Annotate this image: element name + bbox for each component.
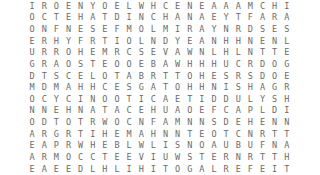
grid-cell-r5c15[interactable]: N [196, 47, 208, 59]
grid-cell-r13c3[interactable]: P [50, 140, 62, 152]
grid-cell-r13c9[interactable]: L [123, 140, 135, 152]
grid-cell-r3c2[interactable]: N [38, 23, 50, 35]
grid-cell-r3c4[interactable]: N [62, 23, 74, 35]
grid-cell-r4c3[interactable]: H [50, 35, 62, 47]
grid-cell-r11c9[interactable]: C [123, 117, 135, 129]
grid-cell-r7c12[interactable]: T [159, 70, 171, 82]
grid-cell-r7c5[interactable]: E [75, 70, 87, 82]
grid-cell-r1c13[interactable]: E [172, 0, 184, 12]
grid-cell-r13c19[interactable]: U [244, 140, 256, 152]
grid-cell-r13c12[interactable]: I [159, 140, 171, 152]
grid-cell-r10c19[interactable]: P [244, 105, 256, 117]
grid-cell-r5c12[interactable]: V [159, 47, 171, 59]
grid-cell-r1c6[interactable]: Y [87, 0, 99, 12]
grid-cell-r6c8[interactable]: O [111, 58, 123, 70]
grid-cell-r4c22[interactable]: L [281, 35, 293, 47]
grid-cell-r7c8[interactable]: T [111, 70, 123, 82]
grid-cell-r2c7[interactable]: T [99, 12, 111, 24]
grid-cell-r13c15[interactable]: O [196, 140, 208, 152]
grid-cell-r5c9[interactable]: C [123, 47, 135, 59]
grid-cell-r14c12[interactable]: U [159, 152, 171, 164]
grid-cell-r9c10[interactable]: I [135, 93, 147, 105]
grid-cell-r10c22[interactable]: I [281, 105, 293, 117]
grid-cell-r3c11[interactable]: L [147, 23, 159, 35]
grid-cell-r4c1[interactable]: E [26, 35, 38, 47]
grid-cell-r9c7[interactable]: O [99, 93, 111, 105]
grid-cell-r15c3[interactable]: E [50, 163, 62, 175]
grid-cell-r11c2[interactable]: D [38, 117, 50, 129]
grid-cell-r10c21[interactable]: D [269, 105, 281, 117]
grid-cell-r12c4[interactable]: R [62, 128, 74, 140]
grid-cell-r6c20[interactable]: D [256, 58, 268, 70]
grid-cell-r7c19[interactable]: S [244, 70, 256, 82]
grid-cell-r14c19[interactable]: R [244, 152, 256, 164]
grid-cell-r9c11[interactable]: C [147, 93, 159, 105]
grid-cell-r5c7[interactable]: M [99, 47, 111, 59]
grid-cell-r14c3[interactable]: M [50, 152, 62, 164]
grid-cell-r6c5[interactable]: S [75, 58, 87, 70]
grid-cell-r5c17[interactable]: H [220, 47, 232, 59]
grid-cell-r6c17[interactable]: U [220, 58, 232, 70]
grid-cell-r15c20[interactable]: E [256, 163, 268, 175]
grid-cell-r12c5[interactable]: T [75, 128, 87, 140]
grid-cell-r9c2[interactable]: C [38, 93, 50, 105]
grid-cell-r4c11[interactable]: N [147, 35, 159, 47]
grid-cell-r2c10[interactable]: N [135, 12, 147, 24]
grid-cell-r7c3[interactable]: S [50, 70, 62, 82]
grid-cell-r15c18[interactable]: E [232, 163, 244, 175]
grid-cell-r5c6[interactable]: E [87, 47, 99, 59]
grid-cell-r14c4[interactable]: O [62, 152, 74, 164]
grid-cell-r9c8[interactable]: O [111, 93, 123, 105]
grid-cell-r4c20[interactable]: E [256, 35, 268, 47]
grid-cell-r6c4[interactable]: O [62, 58, 74, 70]
grid-cell-r13c4[interactable]: R [62, 140, 74, 152]
grid-cell-r8c10[interactable]: G [135, 82, 147, 94]
grid-cell-r12c18[interactable]: C [232, 128, 244, 140]
grid-cell-r7c6[interactable]: L [87, 70, 99, 82]
grid-cell-r5c19[interactable]: N [244, 47, 256, 59]
grid-cell-r11c17[interactable]: D [220, 117, 232, 129]
grid-cell-r10c16[interactable]: F [208, 105, 220, 117]
grid-cell-r7c7[interactable]: O [99, 70, 111, 82]
grid-cell-r14c10[interactable]: V [135, 152, 147, 164]
grid-cell-r8c18[interactable]: S [232, 82, 244, 94]
grid-cell-r3c12[interactable]: M [159, 23, 171, 35]
grid-cell-r6c15[interactable]: H [196, 58, 208, 70]
grid-cell-r12c21[interactable]: T [269, 128, 281, 140]
grid-cell-r13c2[interactable]: A [38, 140, 50, 152]
grid-cell-r15c13[interactable]: O [172, 163, 184, 175]
grid-cell-r8c1[interactable]: M [26, 82, 38, 94]
grid-cell-r6c1[interactable]: G [26, 58, 38, 70]
grid-cell-r14c9[interactable]: E [123, 152, 135, 164]
grid-cell-r3c3[interactable]: F [50, 23, 62, 35]
grid-cell-r3c10[interactable]: O [135, 23, 147, 35]
grid-cell-r8c22[interactable]: R [281, 82, 293, 94]
grid-cell-r13c6[interactable]: H [87, 140, 99, 152]
grid-cell-r2c6[interactable]: A [87, 12, 99, 24]
grid-cell-r1c15[interactable]: E [196, 0, 208, 12]
grid-cell-r11c19[interactable]: H [244, 117, 256, 129]
grid-cell-r7c17[interactable]: S [220, 70, 232, 82]
grid-cell-r4c10[interactable]: L [135, 35, 147, 47]
grid-cell-r8c15[interactable]: H [196, 82, 208, 94]
grid-cell-r12c16[interactable]: O [208, 128, 220, 140]
grid-cell-r15c1[interactable]: E [26, 163, 38, 175]
grid-cell-r14c13[interactable]: W [172, 152, 184, 164]
grid-cell-r2c14[interactable]: N [184, 12, 196, 24]
grid-cell-r14c11[interactable]: I [147, 152, 159, 164]
grid-cell-r2c21[interactable]: R [269, 12, 281, 24]
grid-cell-r4c12[interactable]: D [159, 35, 171, 47]
grid-cell-r1c11[interactable]: H [147, 0, 159, 12]
grid-cell-r4c6[interactable]: R [87, 35, 99, 47]
grid-cell-r7c16[interactable]: E [208, 70, 220, 82]
grid-cell-r10c13[interactable]: A [172, 105, 184, 117]
grid-cell-r8c6[interactable]: H [87, 82, 99, 94]
grid-cell-r1c12[interactable]: C [159, 0, 171, 12]
grid-cell-r15c10[interactable]: H [135, 163, 147, 175]
grid-cell-r12c2[interactable]: R [38, 128, 50, 140]
grid-cell-r4c5[interactable]: F [75, 35, 87, 47]
grid-cell-r9c5[interactable]: I [75, 93, 87, 105]
grid-cell-r3c20[interactable]: S [256, 23, 268, 35]
grid-cell-r9c15[interactable]: I [196, 93, 208, 105]
grid-cell-r12c20[interactable]: R [256, 128, 268, 140]
grid-cell-r14c2[interactable]: R [38, 152, 50, 164]
grid-cell-r2c11[interactable]: C [147, 12, 159, 24]
grid-cell-r3c22[interactable]: S [281, 23, 293, 35]
grid-cell-r14c5[interactable]: C [75, 152, 87, 164]
grid-cell-r9c12[interactable]: A [159, 93, 171, 105]
grid-cell-r2c13[interactable]: A [172, 12, 184, 24]
grid-cell-r7c21[interactable]: O [269, 70, 281, 82]
grid-cell-r6c7[interactable]: E [99, 58, 111, 70]
grid-cell-r7c9[interactable]: A [123, 70, 135, 82]
grid-cell-r5c3[interactable]: R [50, 47, 62, 59]
grid-cell-r3c5[interactable]: E [75, 23, 87, 35]
grid-cell-r5c5[interactable]: H [75, 47, 87, 59]
grid-cell-r15c21[interactable]: I [269, 163, 281, 175]
grid-cell-r10c17[interactable]: C [220, 105, 232, 117]
grid-cell-r8c14[interactable]: H [184, 82, 196, 94]
grid-cell-r8c9[interactable]: S [123, 82, 135, 94]
grid-cell-r11c13[interactable]: M [172, 117, 184, 129]
grid-cell-r13c8[interactable]: B [111, 140, 123, 152]
grid-cell-r11c21[interactable]: N [269, 117, 281, 129]
grid-cell-r10c8[interactable]: A [111, 105, 123, 117]
grid-cell-r1c19[interactable]: M [244, 0, 256, 12]
grid-cell-r12c7[interactable]: H [99, 128, 111, 140]
grid-cell-r3c13[interactable]: I [172, 23, 184, 35]
grid-cell-r12c9[interactable]: M [123, 128, 135, 140]
grid-cell-r2c5[interactable]: H [75, 12, 87, 24]
grid-cell-r1c18[interactable]: A [232, 0, 244, 12]
grid-cell-r8c11[interactable]: A [147, 82, 159, 94]
grid-cell-r15c6[interactable]: L [87, 163, 99, 175]
grid-cell-r4c18[interactable]: H [232, 35, 244, 47]
grid-cell-r12c15[interactable]: E [196, 128, 208, 140]
grid-cell-r10c15[interactable]: E [196, 105, 208, 117]
grid-cell-r8c2[interactable]: D [38, 82, 50, 94]
grid-cell-r10c1[interactable]: N [26, 105, 38, 117]
grid-cell-r9c3[interactable]: Y [50, 93, 62, 105]
grid-cell-r7c2[interactable]: T [38, 70, 50, 82]
grid-cell-r7c20[interactable]: D [256, 70, 268, 82]
grid-cell-r14c15[interactable]: T [196, 152, 208, 164]
grid-cell-r3c21[interactable]: E [269, 23, 281, 35]
grid-cell-r9c4[interactable]: C [62, 93, 74, 105]
grid-cell-r7c15[interactable]: H [196, 70, 208, 82]
grid-cell-r15c14[interactable]: G [184, 163, 196, 175]
grid-cell-r11c22[interactable]: N [281, 117, 293, 129]
grid-cell-r8c4[interactable]: A [62, 82, 74, 94]
grid-cell-r12c8[interactable]: E [111, 128, 123, 140]
grid-cell-r10c11[interactable]: H [147, 105, 159, 117]
grid-cell-r5c13[interactable]: A [172, 47, 184, 59]
grid-cell-r7c13[interactable]: T [172, 70, 184, 82]
grid-cell-r5c10[interactable]: S [135, 47, 147, 59]
grid-cell-r5c8[interactable]: R [111, 47, 123, 59]
grid-cell-r1c2[interactable]: R [38, 0, 50, 12]
grid-cell-r13c7[interactable]: E [99, 140, 111, 152]
grid-cell-r2c15[interactable]: A [196, 12, 208, 24]
grid-cell-r11c6[interactable]: R [87, 117, 99, 129]
grid-cell-r13c11[interactable]: L [147, 140, 159, 152]
grid-cell-r6c6[interactable]: T [87, 58, 99, 70]
grid-cell-r11c3[interactable]: T [50, 117, 62, 129]
grid-cell-r14c21[interactable]: T [269, 152, 281, 164]
grid-cell-r10c5[interactable]: N [75, 105, 87, 117]
grid-cell-r13c14[interactable]: N [184, 140, 196, 152]
grid-cell-r11c7[interactable]: W [99, 117, 111, 129]
grid-cell-r12c6[interactable]: I [87, 128, 99, 140]
grid-cell-r3c7[interactable]: E [99, 23, 111, 35]
grid-cell-r15c2[interactable]: A [38, 163, 50, 175]
grid-cell-r12c3[interactable]: G [50, 128, 62, 140]
grid-cell-r5c14[interactable]: W [184, 47, 196, 59]
grid-cell-r3c16[interactable]: Y [208, 23, 220, 35]
grid-cell-r12c17[interactable]: T [220, 128, 232, 140]
grid-cell-r4c4[interactable]: Y [62, 35, 74, 47]
grid-cell-r4c15[interactable]: A [196, 35, 208, 47]
grid-cell-r10c7[interactable]: T [99, 105, 111, 117]
grid-cell-r6c16[interactable]: H [208, 58, 220, 70]
grid-cell-r8c5[interactable]: H [75, 82, 87, 94]
grid-cell-r4c9[interactable]: O [123, 35, 135, 47]
grid-cell-r7c4[interactable]: C [62, 70, 74, 82]
grid-cell-r9c9[interactable]: T [123, 93, 135, 105]
grid-cell-r9c22[interactable]: H [281, 93, 293, 105]
grid-cell-r2c16[interactable]: E [208, 12, 220, 24]
grid-cell-r1c1[interactable]: I [26, 0, 38, 12]
grid-cell-r15c22[interactable]: T [281, 163, 293, 175]
grid-cell-r8c16[interactable]: N [208, 82, 220, 94]
grid-cell-r6c10[interactable]: E [135, 58, 147, 70]
grid-cell-r9c13[interactable]: E [172, 93, 184, 105]
grid-cell-r9c1[interactable]: O [26, 93, 38, 105]
grid-cell-r13c20[interactable]: F [256, 140, 268, 152]
grid-cell-r2c2[interactable]: C [38, 12, 50, 24]
grid-cell-r14c22[interactable]: H [281, 152, 293, 164]
grid-cell-r6c11[interactable]: B [147, 58, 159, 70]
grid-cell-r14c20[interactable]: T [256, 152, 268, 164]
grid-cell-r11c5[interactable]: T [75, 117, 87, 129]
grid-cell-r14c7[interactable]: T [99, 152, 111, 164]
grid-cell-r14c8[interactable]: E [111, 152, 123, 164]
grid-cell-r8c12[interactable]: T [159, 82, 171, 94]
grid-cell-r9c16[interactable]: D [208, 93, 220, 105]
grid-cell-r15c7[interactable]: H [99, 163, 111, 175]
grid-cell-r7c14[interactable]: O [184, 70, 196, 82]
grid-cell-r6c19[interactable]: R [244, 58, 256, 70]
grid-cell-r9c6[interactable]: N [87, 93, 99, 105]
grid-cell-r12c19[interactable]: N [244, 128, 256, 140]
grid-cell-r6c13[interactable]: W [172, 58, 184, 70]
grid-cell-r12c14[interactable]: T [184, 128, 196, 140]
grid-cell-r13c22[interactable]: A [281, 140, 293, 152]
grid-cell-r1c7[interactable]: O [99, 0, 111, 12]
grid-cell-r1c22[interactable]: I [281, 0, 293, 12]
grid-cell-r1c3[interactable]: O [50, 0, 62, 12]
grid-cell-r2c8[interactable]: D [111, 12, 123, 24]
grid-cell-r1c17[interactable]: A [220, 0, 232, 12]
grid-cell-r5c1[interactable]: U [26, 47, 38, 59]
grid-cell-r1c14[interactable]: N [184, 0, 196, 12]
grid-cell-r6c2[interactable]: R [38, 58, 50, 70]
grid-cell-r10c4[interactable]: H [62, 105, 74, 117]
grid-cell-r3c17[interactable]: N [220, 23, 232, 35]
grid-cell-r8c8[interactable]: E [111, 82, 123, 94]
grid-cell-r11c16[interactable]: S [208, 117, 220, 129]
grid-cell-r3c19[interactable]: D [244, 23, 256, 35]
grid-cell-r5c2[interactable]: R [38, 47, 50, 59]
grid-cell-r1c21[interactable]: H [269, 0, 281, 12]
grid-cell-r9c19[interactable]: L [244, 93, 256, 105]
grid-cell-r4c17[interactable]: H [220, 35, 232, 47]
grid-cell-r11c18[interactable]: E [232, 117, 244, 129]
grid-cell-r4c19[interactable]: N [244, 35, 256, 47]
grid-cell-r9c18[interactable]: U [232, 93, 244, 105]
grid-cell-r6c12[interactable]: A [159, 58, 171, 70]
grid-cell-r10c6[interactable]: A [87, 105, 99, 117]
grid-cell-r8c7[interactable]: C [99, 82, 111, 94]
grid-cell-r1c4[interactable]: E [62, 0, 74, 12]
grid-cell-r4c14[interactable]: E [184, 35, 196, 47]
grid-cell-r4c21[interactable]: N [269, 35, 281, 47]
grid-cell-r3c18[interactable]: R [232, 23, 244, 35]
grid-cell-r13c18[interactable]: B [232, 140, 244, 152]
grid-cell-r6c21[interactable]: O [269, 58, 281, 70]
grid-cell-r15c16[interactable]: L [208, 163, 220, 175]
grid-cell-r4c7[interactable]: T [99, 35, 111, 47]
grid-cell-r12c12[interactable]: N [159, 128, 171, 140]
grid-cell-r12c11[interactable]: H [147, 128, 159, 140]
grid-cell-r12c22[interactable]: T [281, 128, 293, 140]
grid-cell-r8c19[interactable]: H [244, 82, 256, 94]
grid-cell-r14c6[interactable]: C [87, 152, 99, 164]
grid-cell-r1c10[interactable]: W [135, 0, 147, 12]
grid-cell-r3c14[interactable]: R [184, 23, 196, 35]
grid-cell-r11c10[interactable]: N [135, 117, 147, 129]
grid-cell-r3c6[interactable]: S [87, 23, 99, 35]
grid-cell-r3c1[interactable]: O [26, 23, 38, 35]
grid-cell-r14c14[interactable]: S [184, 152, 196, 164]
grid-cell-r2c3[interactable]: T [50, 12, 62, 24]
grid-cell-r13c21[interactable]: N [269, 140, 281, 152]
grid-cell-r5c21[interactable]: T [269, 47, 281, 59]
grid-cell-r14c1[interactable]: A [26, 152, 38, 164]
grid-cell-r2c19[interactable]: F [244, 12, 256, 24]
grid-cell-r11c8[interactable]: O [111, 117, 123, 129]
grid-cell-r3c8[interactable]: F [111, 23, 123, 35]
grid-cell-r8c3[interactable]: M [50, 82, 62, 94]
grid-cell-r13c16[interactable]: A [208, 140, 220, 152]
grid-cell-r11c15[interactable]: N [196, 117, 208, 129]
grid-cell-r11c14[interactable]: N [184, 117, 196, 129]
grid-cell-r11c11[interactable]: F [147, 117, 159, 129]
grid-cell-r1c5[interactable]: N [75, 0, 87, 12]
grid-cell-r15c19[interactable]: F [244, 163, 256, 175]
grid-cell-r9c21[interactable]: S [269, 93, 281, 105]
grid-cell-r3c9[interactable]: M [123, 23, 135, 35]
grid-cell-r9c20[interactable]: Y [256, 93, 268, 105]
grid-cell-r7c11[interactable]: R [147, 70, 159, 82]
grid-cell-r13c13[interactable]: S [172, 140, 184, 152]
grid-cell-r3c15[interactable]: A [196, 23, 208, 35]
grid-cell-r1c20[interactable]: C [256, 0, 268, 12]
grid-cell-r2c12[interactable]: H [159, 12, 171, 24]
grid-cell-r9c17[interactable]: D [220, 93, 232, 105]
grid-cell-r7c1[interactable]: D [26, 70, 38, 82]
grid-cell-r6c9[interactable]: O [123, 58, 135, 70]
grid-cell-r6c18[interactable]: C [232, 58, 244, 70]
grid-cell-r15c11[interactable]: I [147, 163, 159, 175]
grid-cell-r1c8[interactable]: E [111, 0, 123, 12]
grid-cell-r5c18[interactable]: L [232, 47, 244, 59]
grid-cell-r13c1[interactable]: E [26, 140, 38, 152]
grid-cell-r11c20[interactable]: E [256, 117, 268, 129]
grid-cell-r2c20[interactable]: A [256, 12, 268, 24]
grid-cell-r15c17[interactable]: R [220, 163, 232, 175]
grid-cell-r1c16[interactable]: A [208, 0, 220, 12]
grid-cell-r8c13[interactable]: O [172, 82, 184, 94]
grid-cell-r4c8[interactable]: I [111, 35, 123, 47]
grid-cell-r13c5[interactable]: W [75, 140, 87, 152]
grid-cell-r10c20[interactable]: L [256, 105, 268, 117]
grid-cell-r7c10[interactable]: B [135, 70, 147, 82]
grid-cell-r2c22[interactable]: A [281, 12, 293, 24]
grid-cell-r7c18[interactable]: R [232, 70, 244, 82]
grid-cell-r5c16[interactable]: L [208, 47, 220, 59]
grid-cell-r6c22[interactable]: G [281, 58, 293, 70]
grid-cell-r15c8[interactable]: L [111, 163, 123, 175]
grid-cell-r2c18[interactable]: T [232, 12, 244, 24]
grid-cell-r2c9[interactable]: I [123, 12, 135, 24]
grid-cell-r11c12[interactable]: A [159, 117, 171, 129]
grid-cell-r1c9[interactable]: L [123, 0, 135, 12]
grid-cell-r2c1[interactable]: O [26, 12, 38, 24]
grid-cell-r13c17[interactable]: U [220, 140, 232, 152]
grid-cell-r7c22[interactable]: E [281, 70, 293, 82]
grid-cell-r15c9[interactable]: I [123, 163, 135, 175]
grid-cell-r15c12[interactable]: T [159, 163, 171, 175]
grid-cell-r10c9[interactable]: C [123, 105, 135, 117]
grid-cell-r14c16[interactable]: E [208, 152, 220, 164]
grid-cell-r5c11[interactable]: E [147, 47, 159, 59]
grid-cell-r10c2[interactable]: N [38, 105, 50, 117]
